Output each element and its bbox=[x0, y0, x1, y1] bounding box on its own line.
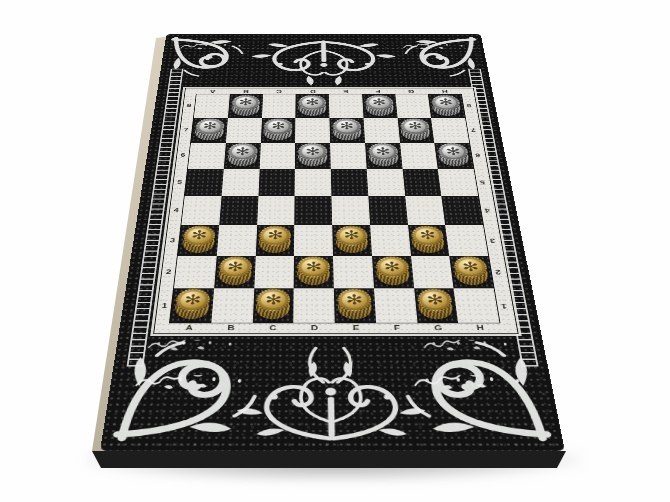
gold-piece-d2[interactable]: ✻ bbox=[297, 256, 330, 285]
square-d3[interactable] bbox=[294, 225, 333, 256]
square-f2[interactable]: ✻ bbox=[372, 256, 414, 288]
square-c1[interactable]: ✻ bbox=[252, 288, 294, 322]
gold-piece-h2[interactable]: ✻ bbox=[453, 256, 490, 285]
silver-piece-h6[interactable]: ✻ bbox=[437, 143, 470, 166]
coordinate-label-c: C bbox=[269, 324, 276, 331]
medallion-icon: ✻ bbox=[438, 98, 453, 107]
square-e3[interactable]: ✻ bbox=[332, 225, 372, 256]
square-c2[interactable] bbox=[254, 256, 294, 288]
square-g2[interactable] bbox=[411, 256, 454, 288]
square-e7[interactable]: ✻ bbox=[329, 118, 364, 143]
coordinate-label-b: B bbox=[227, 324, 235, 331]
coordinate-label-6: 6 bbox=[180, 153, 185, 158]
playing-field: ABCDEFGH ABCDEFGH 87654321 87654321 ✻✻✻✻… bbox=[153, 88, 518, 334]
coordinate-label-3: 3 bbox=[490, 237, 496, 243]
square-f4[interactable] bbox=[368, 196, 407, 225]
square-f1[interactable] bbox=[374, 288, 417, 322]
file-labels-bottom: ABCDEFGH bbox=[168, 323, 502, 332]
coordinate-label-c: C bbox=[276, 89, 282, 93]
coordinate-label-h: H bbox=[441, 89, 447, 93]
gold-piece-g1[interactable]: ✻ bbox=[417, 289, 454, 320]
piece-top: ✻ bbox=[298, 143, 327, 160]
silver-piece-b6[interactable]: ✻ bbox=[227, 143, 258, 166]
coordinate-label-d: D bbox=[310, 89, 316, 93]
square-d6[interactable]: ✻ bbox=[295, 143, 331, 169]
square-g8[interactable] bbox=[395, 94, 431, 117]
silver-piece-c7[interactable]: ✻ bbox=[264, 118, 293, 140]
square-g7[interactable]: ✻ bbox=[397, 118, 434, 143]
bottom-garland-right bbox=[413, 375, 527, 392]
square-d7[interactable] bbox=[295, 118, 330, 143]
coordinate-label-8: 8 bbox=[187, 103, 192, 108]
square-h4[interactable] bbox=[442, 196, 484, 225]
square-d5[interactable] bbox=[295, 169, 332, 196]
coordinate-label-7: 7 bbox=[183, 127, 188, 132]
square-e6[interactable] bbox=[330, 143, 366, 169]
silver-piece-d6[interactable]: ✻ bbox=[298, 143, 328, 166]
piece-top: ✻ bbox=[297, 256, 330, 277]
granite-board-slab: ABCDEFGH ABCDEFGH 87654321 87654321 ✻✻✻✻… bbox=[100, 34, 565, 451]
gold-piece-a3[interactable]: ✻ bbox=[181, 226, 215, 253]
coordinate-label-a: A bbox=[210, 89, 216, 93]
square-b3[interactable] bbox=[217, 225, 257, 256]
medallion-icon: ✻ bbox=[235, 146, 250, 156]
square-f3[interactable] bbox=[370, 225, 411, 256]
piece-top: ✻ bbox=[264, 118, 293, 134]
square-a5[interactable] bbox=[185, 169, 224, 196]
medallion-icon: ✻ bbox=[202, 121, 217, 131]
square-a3[interactable]: ✻ bbox=[178, 225, 219, 256]
medallion-icon: ✻ bbox=[238, 98, 253, 107]
square-a7[interactable]: ✻ bbox=[191, 118, 228, 143]
silver-piece-f8[interactable]: ✻ bbox=[365, 95, 394, 116]
medallion-icon: ✻ bbox=[305, 146, 320, 156]
top-center-scroll-ornament bbox=[231, 38, 418, 87]
medallion-icon: ✻ bbox=[383, 260, 401, 273]
square-c6[interactable] bbox=[259, 143, 295, 169]
square-b5[interactable] bbox=[221, 169, 259, 196]
coordinate-label-b: B bbox=[243, 89, 249, 93]
medallion-icon: ✻ bbox=[305, 98, 319, 107]
piece-top: ✻ bbox=[332, 118, 361, 134]
coordinate-label-5: 5 bbox=[177, 179, 182, 184]
square-a4[interactable] bbox=[181, 196, 221, 225]
coordinate-label-a: A bbox=[185, 324, 193, 331]
piece-top: ✻ bbox=[375, 256, 409, 277]
piece-top: ✻ bbox=[337, 289, 372, 312]
medallion-icon: ✻ bbox=[339, 121, 354, 131]
square-c8[interactable] bbox=[262, 94, 296, 117]
coordinate-label-8: 8 bbox=[467, 103, 472, 108]
medallion-icon: ✻ bbox=[227, 260, 244, 273]
coordinate-label-g: G bbox=[434, 324, 443, 331]
square-g5[interactable] bbox=[402, 169, 441, 196]
square-h8[interactable]: ✻ bbox=[428, 94, 465, 117]
square-c5[interactable] bbox=[258, 169, 295, 196]
square-f5[interactable] bbox=[366, 169, 404, 196]
square-b4[interactable] bbox=[219, 196, 258, 225]
square-b7[interactable] bbox=[226, 118, 262, 143]
square-a8[interactable] bbox=[194, 94, 230, 117]
square-e5[interactable] bbox=[331, 169, 368, 196]
gold-piece-c1[interactable]: ✻ bbox=[256, 289, 291, 320]
gold-piece-a1[interactable]: ✻ bbox=[174, 289, 211, 320]
piece-top: ✻ bbox=[298, 95, 326, 110]
square-g6[interactable] bbox=[400, 143, 438, 169]
medallion-icon: ✻ bbox=[265, 293, 282, 307]
square-h6[interactable]: ✻ bbox=[434, 143, 473, 169]
medallion-icon: ✻ bbox=[184, 293, 202, 307]
square-h2[interactable]: ✻ bbox=[449, 256, 493, 288]
square-c4[interactable] bbox=[257, 196, 295, 225]
coordinate-label-f: F bbox=[394, 324, 401, 331]
gold-piece-b2[interactable]: ✻ bbox=[218, 256, 253, 285]
square-h7[interactable] bbox=[431, 118, 469, 143]
square-f6[interactable]: ✻ bbox=[365, 143, 402, 169]
square-e8[interactable] bbox=[329, 94, 364, 117]
coordinate-label-6: 6 bbox=[475, 153, 481, 158]
medallion-icon: ✻ bbox=[461, 260, 479, 273]
medallion-icon: ✻ bbox=[190, 230, 207, 242]
coordinate-label-d: D bbox=[311, 324, 318, 331]
square-e1[interactable]: ✻ bbox=[334, 288, 376, 322]
medallion-icon: ✻ bbox=[407, 121, 423, 131]
silver-piece-f6[interactable]: ✻ bbox=[368, 143, 399, 166]
square-a6[interactable] bbox=[188, 143, 226, 169]
square-h1[interactable] bbox=[454, 288, 500, 322]
gold-piece-g3[interactable]: ✻ bbox=[411, 226, 446, 253]
medallion-icon: ✻ bbox=[267, 230, 283, 242]
coordinate-label-e: E bbox=[343, 89, 348, 93]
photo-stage: ABCDEFGH ABCDEFGH 87654321 87654321 ✻✻✻✻… bbox=[0, 0, 670, 502]
board-grid: ✻✻✻✻✻✻✻✻✻✻✻✻✻✻✻✻✻✻✻✻✻✻✻✻ bbox=[169, 94, 500, 323]
silver-piece-d8[interactable]: ✻ bbox=[298, 95, 326, 116]
square-d1[interactable] bbox=[294, 288, 335, 322]
square-e4[interactable] bbox=[331, 196, 369, 225]
coordinate-label-4: 4 bbox=[173, 208, 179, 214]
coordinate-label-3: 3 bbox=[170, 237, 176, 243]
piece-top: ✻ bbox=[368, 143, 399, 160]
square-b1[interactable] bbox=[211, 288, 254, 322]
coordinate-label-2: 2 bbox=[495, 269, 501, 275]
piece-top: ✻ bbox=[335, 226, 368, 246]
square-d4[interactable] bbox=[294, 196, 332, 225]
piece-top: ✻ bbox=[400, 118, 430, 134]
bottom-garland-upper-right bbox=[423, 340, 513, 353]
coordinate-label-1: 1 bbox=[161, 302, 167, 309]
square-g3[interactable]: ✻ bbox=[408, 225, 450, 256]
square-a1[interactable]: ✻ bbox=[170, 288, 214, 322]
square-f7[interactable] bbox=[363, 118, 399, 143]
perspective-scene: ABCDEFGH ABCDEFGH 87654321 87654321 ✻✻✻✻… bbox=[0, 0, 670, 502]
medallion-icon: ✻ bbox=[305, 260, 322, 273]
gold-piece-c3[interactable]: ✻ bbox=[259, 226, 292, 253]
silver-piece-b8[interactable]: ✻ bbox=[231, 95, 260, 116]
coordinate-label-7: 7 bbox=[471, 127, 476, 132]
square-g1[interactable]: ✻ bbox=[414, 288, 459, 322]
medallion-icon: ✻ bbox=[426, 293, 445, 307]
medallion-icon: ✻ bbox=[372, 98, 387, 107]
piece-top: ✻ bbox=[365, 95, 394, 110]
square-f8[interactable]: ✻ bbox=[362, 94, 397, 117]
square-b6[interactable]: ✻ bbox=[224, 143, 261, 169]
square-c3[interactable]: ✻ bbox=[255, 225, 294, 256]
bottom-center-scroll-ornament bbox=[217, 333, 446, 445]
square-a2[interactable] bbox=[174, 256, 217, 288]
square-b8[interactable]: ✻ bbox=[228, 94, 263, 117]
coordinate-label-1: 1 bbox=[501, 302, 508, 309]
medallion-icon: ✻ bbox=[343, 230, 360, 242]
bottom-garland-left bbox=[134, 375, 247, 392]
gold-piece-e1[interactable]: ✻ bbox=[337, 289, 372, 320]
coordinate-label-g: G bbox=[408, 89, 415, 93]
bottom-garland-upper-left bbox=[147, 340, 236, 353]
silver-piece-e7[interactable]: ✻ bbox=[332, 118, 361, 140]
silver-piece-h8[interactable]: ✻ bbox=[431, 95, 462, 116]
coordinate-label-2: 2 bbox=[166, 269, 172, 275]
square-c7[interactable]: ✻ bbox=[261, 118, 296, 143]
coordinate-label-4: 4 bbox=[485, 208, 491, 214]
square-g4[interactable] bbox=[405, 196, 446, 225]
medallion-icon: ✻ bbox=[445, 146, 461, 156]
square-h3[interactable] bbox=[445, 225, 488, 256]
gold-piece-f2[interactable]: ✻ bbox=[375, 256, 410, 285]
medallion-icon: ✻ bbox=[346, 293, 364, 307]
square-d8[interactable]: ✻ bbox=[296, 94, 330, 117]
coordinate-label-5: 5 bbox=[480, 179, 486, 184]
coordinate-label-f: F bbox=[376, 89, 381, 93]
medallion-icon: ✻ bbox=[271, 121, 286, 131]
square-d2[interactable]: ✻ bbox=[294, 256, 334, 288]
medallion-icon: ✻ bbox=[419, 230, 436, 242]
silver-piece-g7[interactable]: ✻ bbox=[400, 118, 431, 140]
medallion-icon: ✻ bbox=[375, 146, 391, 156]
square-b2[interactable]: ✻ bbox=[214, 256, 255, 288]
silver-piece-a7[interactable]: ✻ bbox=[194, 118, 225, 140]
square-e2[interactable] bbox=[333, 256, 374, 288]
coordinate-label-e: E bbox=[352, 324, 359, 331]
square-h5[interactable] bbox=[438, 169, 478, 196]
piece-top: ✻ bbox=[259, 226, 291, 246]
coordinate-label-h: H bbox=[476, 324, 484, 331]
gold-piece-e3[interactable]: ✻ bbox=[335, 226, 368, 253]
